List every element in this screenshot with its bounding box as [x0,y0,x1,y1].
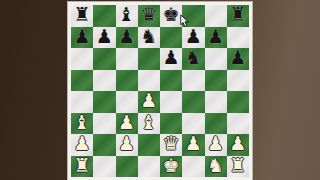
square-c8[interactable]: ♝ [116,5,138,27]
square-b1[interactable] [93,156,115,178]
square-d6[interactable] [138,48,160,70]
white-bishop: ♝ [140,113,157,132]
black-bishop: ♝ [118,5,135,24]
square-g2[interactable]: ♟ [205,134,227,156]
square-h2[interactable]: ♟ [227,134,249,156]
square-g8[interactable] [205,5,227,27]
square-d7[interactable]: ♞ [138,27,160,49]
white-pawn: ♟ [185,134,202,153]
white-rook: ♜ [74,156,91,175]
white-pawn: ♟ [74,134,91,153]
square-e8[interactable]: ♚ [160,5,182,27]
square-b7[interactable]: ♟ [93,27,115,49]
chess-board-frame: ♜♝♛♚♜♟♟♟♞♟♟♟♞♟♟♝♟♝♟♟♛♟♟♟♜♚♞♜ [67,1,253,180]
white-bishop: ♝ [74,113,91,132]
square-f6[interactable]: ♞ [182,48,204,70]
square-f4[interactable] [182,91,204,113]
square-e5[interactable] [160,70,182,92]
square-a2[interactable]: ♟ [71,134,93,156]
square-h5[interactable] [227,70,249,92]
black-pawn: ♟ [207,27,224,46]
white-pawn: ♟ [118,134,135,153]
black-pawn: ♟ [96,27,113,46]
white-queen: ♛ [163,134,180,153]
black-rook: ♜ [74,5,91,24]
square-c1[interactable] [116,156,138,178]
square-e6[interactable]: ♟ [160,48,182,70]
square-c5[interactable] [116,70,138,92]
square-c6[interactable] [116,48,138,70]
square-f5[interactable] [182,70,204,92]
square-a4[interactable] [71,91,93,113]
black-pawn: ♟ [229,48,246,67]
square-c2[interactable]: ♟ [116,134,138,156]
square-e1[interactable]: ♚ [160,156,182,178]
white-rook: ♜ [229,156,246,175]
black-pawn: ♟ [163,48,180,67]
black-pawn: ♟ [74,27,91,46]
square-a7[interactable]: ♟ [71,27,93,49]
square-h7[interactable] [227,27,249,49]
square-b3[interactable] [93,113,115,135]
square-h1[interactable]: ♜ [227,156,249,178]
square-e7[interactable] [160,27,182,49]
square-a3[interactable]: ♝ [71,113,93,135]
square-g7[interactable]: ♟ [205,27,227,49]
square-d2[interactable] [138,134,160,156]
square-d5[interactable] [138,70,160,92]
square-d1[interactable] [138,156,160,178]
square-b2[interactable] [93,134,115,156]
square-d4[interactable]: ♟ [138,91,160,113]
square-g1[interactable]: ♞ [205,156,227,178]
square-f8[interactable] [182,5,204,27]
square-f1[interactable] [182,156,204,178]
square-f3[interactable] [182,113,204,135]
square-d8[interactable]: ♛ [138,5,160,27]
square-f7[interactable]: ♟ [182,27,204,49]
white-pawn: ♟ [118,113,135,132]
square-e2[interactable]: ♛ [160,134,182,156]
black-knight: ♞ [185,48,202,67]
black-pawn: ♟ [185,27,202,46]
black-queen: ♛ [140,5,157,24]
scene-background: ♜♝♛♚♜♟♟♟♞♟♟♟♞♟♟♝♟♝♟♟♛♟♟♟♜♚♞♜ [0,0,320,180]
square-a6[interactable] [71,48,93,70]
white-pawn: ♟ [207,134,224,153]
square-e4[interactable] [160,91,182,113]
square-g3[interactable] [205,113,227,135]
square-b4[interactable] [93,91,115,113]
white-king: ♚ [163,156,180,175]
square-a5[interactable] [71,70,93,92]
white-pawn: ♟ [140,91,157,110]
square-g4[interactable] [205,91,227,113]
square-b8[interactable] [93,5,115,27]
square-f2[interactable]: ♟ [182,134,204,156]
square-a1[interactable]: ♜ [71,156,93,178]
chess-board: ♜♝♛♚♜♟♟♟♞♟♟♟♞♟♟♝♟♝♟♟♛♟♟♟♜♚♞♜ [71,5,249,177]
square-h8[interactable]: ♜ [227,5,249,27]
square-h4[interactable] [227,91,249,113]
black-king: ♚ [163,5,180,24]
square-b5[interactable] [93,70,115,92]
square-c7[interactable]: ♟ [116,27,138,49]
square-h6[interactable]: ♟ [227,48,249,70]
square-c4[interactable] [116,91,138,113]
square-e3[interactable] [160,113,182,135]
black-knight: ♞ [140,27,157,46]
square-c3[interactable]: ♟ [116,113,138,135]
square-d3[interactable]: ♝ [138,113,160,135]
square-g6[interactable] [205,48,227,70]
white-knight: ♞ [207,156,224,175]
black-rook: ♜ [229,5,246,24]
white-pawn: ♟ [229,134,246,153]
square-h3[interactable] [227,113,249,135]
square-a8[interactable]: ♜ [71,5,93,27]
square-b6[interactable] [93,48,115,70]
black-pawn: ♟ [118,27,135,46]
square-g5[interactable] [205,70,227,92]
